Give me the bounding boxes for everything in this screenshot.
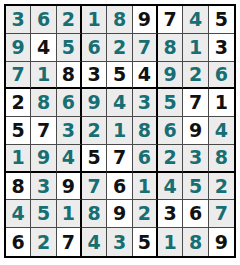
cell-r8c4[interactable]: 8 bbox=[82, 200, 107, 228]
cell-r3c9[interactable]: 6 bbox=[209, 62, 234, 90]
cell-r8c2[interactable]: 5 bbox=[31, 200, 56, 228]
cell-r8c1[interactable]: 4 bbox=[6, 200, 31, 228]
cell-r6c4[interactable]: 5 bbox=[82, 145, 107, 173]
cell-r5c4[interactable]: 2 bbox=[82, 117, 107, 145]
cell-r3c1[interactable]: 7 bbox=[6, 62, 31, 90]
cell-r1c1[interactable]: 3 bbox=[6, 6, 31, 34]
cell-r9c4[interactable]: 4 bbox=[82, 228, 107, 256]
cell-r3c4[interactable]: 3 bbox=[82, 62, 107, 90]
cell-r1c7[interactable]: 7 bbox=[158, 6, 183, 34]
cell-r7c6[interactable]: 1 bbox=[133, 173, 158, 201]
page: { "game": "sudoku", "board": { "rows": 9… bbox=[0, 0, 240, 265]
cell-r6c5[interactable]: 7 bbox=[107, 145, 132, 173]
cell-r5c7[interactable]: 6 bbox=[158, 117, 183, 145]
cell-r9c3[interactable]: 7 bbox=[57, 228, 82, 256]
cell-r7c3[interactable]: 9 bbox=[57, 173, 82, 201]
cell-r2c5[interactable]: 2 bbox=[107, 34, 132, 62]
cell-r3c2[interactable]: 1 bbox=[31, 62, 56, 90]
cell-r7c7[interactable]: 4 bbox=[158, 173, 183, 201]
cell-r8c5[interactable]: 9 bbox=[107, 200, 132, 228]
cell-r9c9[interactable]: 9 bbox=[209, 228, 234, 256]
cell-r7c2[interactable]: 3 bbox=[31, 173, 56, 201]
cell-r4c3[interactable]: 6 bbox=[57, 89, 82, 117]
cell-r2c8[interactable]: 1 bbox=[183, 34, 208, 62]
cell-r1c4[interactable]: 1 bbox=[82, 6, 107, 34]
cell-r2c1[interactable]: 9 bbox=[6, 34, 31, 62]
cell-r7c1[interactable]: 8 bbox=[6, 173, 31, 201]
cell-r2c3[interactable]: 5 bbox=[57, 34, 82, 62]
cell-r6c7[interactable]: 2 bbox=[158, 145, 183, 173]
cell-r1c3[interactable]: 2 bbox=[57, 6, 82, 34]
cell-r3c3[interactable]: 8 bbox=[57, 62, 82, 90]
cell-r4c7[interactable]: 5 bbox=[158, 89, 183, 117]
cell-r2c6[interactable]: 7 bbox=[133, 34, 158, 62]
cell-r4c9[interactable]: 1 bbox=[209, 89, 234, 117]
cell-r3c5[interactable]: 5 bbox=[107, 62, 132, 90]
cell-r3c6[interactable]: 4 bbox=[133, 62, 158, 90]
cell-r5c5[interactable]: 1 bbox=[107, 117, 132, 145]
cell-r6c9[interactable]: 8 bbox=[209, 145, 234, 173]
cell-r8c6[interactable]: 2 bbox=[133, 200, 158, 228]
cell-r4c4[interactable]: 9 bbox=[82, 89, 107, 117]
cell-r5c9[interactable]: 4 bbox=[209, 117, 234, 145]
cell-r2c4[interactable]: 6 bbox=[82, 34, 107, 62]
cell-r9c2[interactable]: 2 bbox=[31, 228, 56, 256]
cell-r2c2[interactable]: 4 bbox=[31, 34, 56, 62]
cell-r3c8[interactable]: 2 bbox=[183, 62, 208, 90]
cell-r7c9[interactable]: 2 bbox=[209, 173, 234, 201]
cell-r1c2[interactable]: 6 bbox=[31, 6, 56, 34]
cell-r6c1[interactable]: 1 bbox=[6, 145, 31, 173]
cell-r5c6[interactable]: 8 bbox=[133, 117, 158, 145]
cell-r4c8[interactable]: 7 bbox=[183, 89, 208, 117]
cell-r7c4[interactable]: 7 bbox=[82, 173, 107, 201]
cell-r9c1[interactable]: 6 bbox=[6, 228, 31, 256]
cell-r6c2[interactable]: 9 bbox=[31, 145, 56, 173]
cell-r8c7[interactable]: 3 bbox=[158, 200, 183, 228]
cell-r4c5[interactable]: 4 bbox=[107, 89, 132, 117]
cell-r8c8[interactable]: 6 bbox=[183, 200, 208, 228]
cell-r1c8[interactable]: 4 bbox=[183, 6, 208, 34]
cell-r7c5[interactable]: 6 bbox=[107, 173, 132, 201]
cell-r1c6[interactable]: 9 bbox=[133, 6, 158, 34]
cell-r7c8[interactable]: 5 bbox=[183, 173, 208, 201]
sudoku-board: 3621897459456278137183549262869435715732… bbox=[4, 4, 236, 258]
cell-r6c8[interactable]: 3 bbox=[183, 145, 208, 173]
cell-r1c5[interactable]: 8 bbox=[107, 6, 132, 34]
cell-r9c8[interactable]: 8 bbox=[183, 228, 208, 256]
cell-r8c3[interactable]: 1 bbox=[57, 200, 82, 228]
cell-r6c3[interactable]: 4 bbox=[57, 145, 82, 173]
cell-r5c8[interactable]: 9 bbox=[183, 117, 208, 145]
cell-r2c7[interactable]: 8 bbox=[158, 34, 183, 62]
cell-r9c7[interactable]: 1 bbox=[158, 228, 183, 256]
cell-r4c6[interactable]: 3 bbox=[133, 89, 158, 117]
cell-r8c9[interactable]: 7 bbox=[209, 200, 234, 228]
cell-r1c9[interactable]: 5 bbox=[209, 6, 234, 34]
cell-r9c6[interactable]: 5 bbox=[133, 228, 158, 256]
cell-r2c9[interactable]: 3 bbox=[209, 34, 234, 62]
cell-r5c3[interactable]: 3 bbox=[57, 117, 82, 145]
cell-r3c7[interactable]: 9 bbox=[158, 62, 183, 90]
cell-r4c1[interactable]: 2 bbox=[6, 89, 31, 117]
cell-r5c2[interactable]: 7 bbox=[31, 117, 56, 145]
cell-r5c1[interactable]: 5 bbox=[6, 117, 31, 145]
cell-r6c6[interactable]: 6 bbox=[133, 145, 158, 173]
cell-r4c2[interactable]: 8 bbox=[31, 89, 56, 117]
cell-r9c5[interactable]: 3 bbox=[107, 228, 132, 256]
